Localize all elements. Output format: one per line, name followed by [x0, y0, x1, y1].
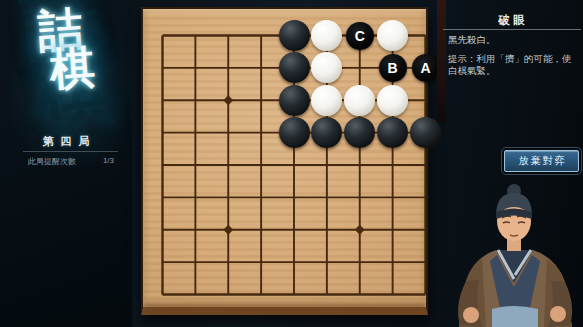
move-option-a[interactable]: A	[412, 54, 440, 82]
white-stone	[344, 85, 375, 116]
puzzle-sidebar: 詰 棋 詰 棋 第四局 此局提醒次數 1/3	[0, 0, 132, 327]
fist-left	[463, 307, 479, 323]
black-stone	[279, 85, 310, 116]
puzzle-objective: 黑先殺白。	[448, 34, 580, 47]
black-stone	[279, 117, 310, 148]
resign-button[interactable]: 放棄對弈	[504, 150, 579, 172]
black-stone	[279, 20, 310, 51]
panel-divider	[443, 29, 581, 30]
puzzle-hint: 提示：利用「擠」的可能，使白棋氣緊。	[448, 53, 580, 78]
go-board[interactable]: ABC	[141, 7, 428, 315]
sidebar-divider	[23, 151, 118, 152]
attempts-row: 此局提醒次數 1/3	[28, 156, 114, 167]
hoshi-point	[355, 225, 365, 235]
calligraphy-char-2: 棋	[48, 45, 96, 91]
puzzle-mode-calligraphy: 詰 棋	[0, 3, 135, 94]
attempts-value: 1/3	[103, 156, 114, 167]
move-option-c[interactable]: C	[346, 22, 374, 50]
hoshi-point	[223, 95, 233, 105]
waist-sash	[492, 306, 538, 327]
attempts-label: 此局提醒次數	[28, 156, 76, 167]
puzzle-title: 破眼	[443, 13, 580, 28]
black-stone	[279, 52, 310, 83]
fist-right	[550, 306, 566, 322]
opponent-portrait	[446, 183, 583, 327]
white-stone	[377, 85, 408, 116]
stage-label: 第四局	[0, 134, 132, 149]
white-stone	[311, 85, 342, 116]
move-option-b[interactable]: B	[379, 54, 407, 82]
hoshi-point	[223, 225, 233, 235]
game-screen: 詰 棋 詰 棋 第四局 此局提醒次數 1/3 ABC 破眼 黑先殺白。 提示：利…	[0, 0, 583, 327]
white-stone	[377, 20, 408, 51]
